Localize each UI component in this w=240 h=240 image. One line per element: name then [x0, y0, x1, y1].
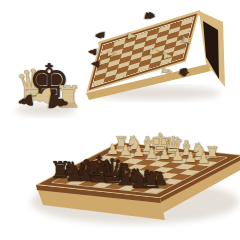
loose-pieces-shadow: [16, 104, 76, 116]
chess-set-product-photo: ♞♞♟♜♟♝♞♟♟♝♚ ♛♚♜♟♟♟ ♜♞♝♚♛♝♞♜♟♟♟♟♟♟♟♟♟♟♟♟♟…: [0, 0, 240, 240]
